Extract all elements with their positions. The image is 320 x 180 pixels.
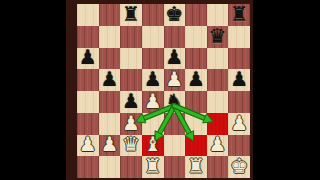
chess-board-grid: ♜♚♜♛♟♟♟♟♟♟♟♟♟♞♟♟♟♟♛♝♟♜♜♚: [77, 4, 250, 178]
square-h2[interactable]: [228, 135, 250, 157]
white-pawn-c3: ♟: [122, 113, 140, 133]
square-d2[interactable]: ♝: [142, 135, 164, 157]
white-pawn-e5: ♟: [165, 69, 183, 89]
white-pawn-h3: ♟: [230, 113, 248, 133]
square-b1[interactable]: [99, 156, 121, 178]
square-d4[interactable]: ♟: [142, 91, 164, 113]
video-frame: ♜♚♜♛♟♟♟♟♟♟♟♟♟♞♟♟♟♟♛♝♟♜♜♚: [0, 0, 320, 180]
chess-board: ♜♚♜♛♟♟♟♟♟♟♟♟♟♞♟♟♟♟♛♝♟♜♜♚: [66, 0, 253, 180]
square-h5[interactable]: ♟: [228, 69, 250, 91]
square-h1[interactable]: ♚: [228, 156, 250, 178]
square-f6[interactable]: [185, 48, 207, 70]
square-e6[interactable]: ♟: [164, 48, 186, 70]
black-pawn-f5: ♟: [187, 69, 205, 89]
black-king-e8: ♚: [165, 4, 183, 24]
black-pawn-e6: ♟: [165, 48, 183, 68]
black-pawn-d5: ♟: [144, 69, 162, 89]
square-f2[interactable]: [185, 135, 207, 157]
square-a7[interactable]: [77, 26, 99, 48]
square-c4[interactable]: ♟: [120, 91, 142, 113]
black-pawn-a6: ♟: [79, 48, 97, 68]
square-c6[interactable]: [120, 48, 142, 70]
square-d3[interactable]: [142, 113, 164, 135]
black-knight-e4: ♞: [165, 91, 183, 111]
square-a6[interactable]: ♟: [77, 48, 99, 70]
square-b5[interactable]: ♟: [99, 69, 121, 91]
square-d7[interactable]: [142, 26, 164, 48]
square-a3[interactable]: [77, 113, 99, 135]
square-h7[interactable]: [228, 26, 250, 48]
square-f3[interactable]: [185, 113, 207, 135]
square-c7[interactable]: [120, 26, 142, 48]
square-d5[interactable]: ♟: [142, 69, 164, 91]
square-h3[interactable]: ♟: [228, 113, 250, 135]
square-g2[interactable]: ♟: [207, 135, 229, 157]
square-e2[interactable]: [164, 135, 186, 157]
square-b2[interactable]: ♟: [99, 135, 121, 157]
square-b4[interactable]: [99, 91, 121, 113]
square-f1[interactable]: ♜: [185, 156, 207, 178]
square-g1[interactable]: [207, 156, 229, 178]
square-c2[interactable]: ♛: [120, 135, 142, 157]
square-h8[interactable]: ♜: [228, 4, 250, 26]
square-g8[interactable]: [207, 4, 229, 26]
square-b3[interactable]: [99, 113, 121, 135]
square-d1[interactable]: ♜: [142, 156, 164, 178]
square-d8[interactable]: [142, 4, 164, 26]
square-e1[interactable]: [164, 156, 186, 178]
square-d6[interactable]: [142, 48, 164, 70]
white-rook-d1: ♜: [144, 156, 162, 176]
square-b7[interactable]: [99, 26, 121, 48]
square-c8[interactable]: ♜: [120, 4, 142, 26]
square-g6[interactable]: [207, 48, 229, 70]
square-h4[interactable]: [228, 91, 250, 113]
square-g4[interactable]: [207, 91, 229, 113]
white-pawn-d4: ♟: [144, 91, 162, 111]
square-b6[interactable]: [99, 48, 121, 70]
white-pawn-b2: ♟: [100, 135, 118, 155]
square-g7[interactable]: ♛: [207, 26, 229, 48]
square-f4[interactable]: [185, 91, 207, 113]
white-king-h1: ♚: [230, 156, 248, 176]
black-pawn-c4: ♟: [122, 91, 140, 111]
square-f8[interactable]: [185, 4, 207, 26]
square-a8[interactable]: [77, 4, 99, 26]
black-pawn-h5: ♟: [230, 69, 248, 89]
square-e5[interactable]: ♟: [164, 69, 186, 91]
black-rook-c8: ♜: [122, 4, 140, 24]
square-g5[interactable]: [207, 69, 229, 91]
square-b8[interactable]: [99, 4, 121, 26]
square-e3[interactable]: [164, 113, 186, 135]
square-a2[interactable]: ♟: [77, 135, 99, 157]
black-queen-g7: ♛: [209, 26, 227, 46]
square-a1[interactable]: [77, 156, 99, 178]
white-rook-f1: ♜: [187, 156, 205, 176]
square-a4[interactable]: [77, 91, 99, 113]
white-bishop-d2: ♝: [144, 135, 162, 155]
black-pawn-b5: ♟: [100, 69, 118, 89]
square-h6[interactable]: [228, 48, 250, 70]
square-c3[interactable]: ♟: [120, 113, 142, 135]
square-f7[interactable]: [185, 26, 207, 48]
white-pawn-g2: ♟: [209, 135, 227, 155]
square-e7[interactable]: [164, 26, 186, 48]
white-queen-c2: ♛: [122, 135, 140, 155]
square-f5[interactable]: ♟: [185, 69, 207, 91]
square-g3[interactable]: [207, 113, 229, 135]
white-pawn-a2: ♟: [79, 135, 97, 155]
square-e4[interactable]: ♞: [164, 91, 186, 113]
square-c5[interactable]: [120, 69, 142, 91]
black-rook-h8: ♜: [230, 4, 248, 24]
square-a5[interactable]: [77, 69, 99, 91]
square-e8[interactable]: ♚: [164, 4, 186, 26]
square-c1[interactable]: [120, 156, 142, 178]
